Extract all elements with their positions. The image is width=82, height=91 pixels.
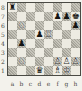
- white-pawn: ♙: [71, 57, 80, 66]
- square-d4[interactable]: [35, 39, 44, 48]
- rank-label-3: 3: [0, 48, 6, 57]
- square-c6[interactable]: [26, 21, 35, 30]
- file-labels: abcdefgh: [8, 79, 80, 89]
- square-h1[interactable]: [71, 66, 80, 75]
- file-label-e: e: [44, 79, 53, 89]
- square-d3[interactable]: [35, 48, 44, 57]
- white-knight: ♘: [17, 21, 26, 30]
- file-label-b: b: [17, 79, 26, 89]
- square-c2[interactable]: [26, 57, 35, 66]
- square-c7[interactable]: [26, 12, 35, 21]
- rank-label-8: 8: [0, 3, 6, 12]
- square-c8[interactable]: [26, 3, 35, 12]
- square-a4[interactable]: [8, 39, 17, 48]
- square-g1[interactable]: ♔: [62, 66, 71, 75]
- file-label-d: d: [35, 79, 44, 89]
- rank-label-5: 5: [0, 30, 6, 39]
- square-a2[interactable]: [8, 57, 17, 66]
- file-label-f: f: [53, 79, 62, 89]
- rank-label-4: 4: [0, 39, 6, 48]
- black-queen: ♛: [35, 66, 44, 75]
- rank-labels: 87654321: [0, 3, 6, 75]
- black-rook: ♜: [8, 3, 17, 12]
- black-pawn: ♟: [17, 39, 26, 48]
- square-d7[interactable]: [35, 12, 44, 21]
- black-pawn: ♟: [35, 30, 44, 39]
- square-f1[interactable]: ♗: [53, 66, 62, 75]
- square-e4[interactable]: [44, 39, 53, 48]
- square-e3[interactable]: [44, 48, 53, 57]
- black-pawn: ♟: [53, 12, 62, 21]
- square-b8[interactable]: [17, 3, 26, 12]
- square-f6[interactable]: [53, 21, 62, 30]
- square-h2[interactable]: ♙: [71, 57, 80, 66]
- chess-board: ♜♟♟♚♘♟♟♖♟♘♙♙♙♛♗♔: [7, 2, 81, 76]
- square-a1[interactable]: [8, 66, 17, 75]
- square-g5[interactable]: [62, 30, 71, 39]
- square-c3[interactable]: [26, 48, 35, 57]
- square-e5[interactable]: ♖: [44, 30, 53, 39]
- file-label-a: a: [8, 79, 17, 89]
- square-b1[interactable]: [17, 66, 26, 75]
- square-h6[interactable]: ♟: [71, 21, 80, 30]
- square-e7[interactable]: [44, 12, 53, 21]
- square-f5[interactable]: [53, 30, 62, 39]
- square-g7[interactable]: ♟: [62, 12, 71, 21]
- square-b2[interactable]: ♘: [17, 57, 26, 66]
- square-d5[interactable]: ♟: [35, 30, 44, 39]
- square-g6[interactable]: [62, 21, 71, 30]
- square-a8[interactable]: ♜: [8, 3, 17, 12]
- rank-label-7: 7: [0, 12, 6, 21]
- square-a6[interactable]: [8, 21, 17, 30]
- square-e8[interactable]: [44, 3, 53, 12]
- square-b6[interactable]: ♘: [17, 21, 26, 30]
- square-b4[interactable]: ♟: [17, 39, 26, 48]
- square-g4[interactable]: [62, 39, 71, 48]
- square-c5[interactable]: [26, 30, 35, 39]
- file-label-g: g: [62, 79, 71, 89]
- white-knight: ♘: [17, 57, 26, 66]
- square-h5[interactable]: [71, 30, 80, 39]
- rank-label-2: 2: [0, 57, 6, 66]
- file-label-c: c: [26, 79, 35, 89]
- chess-diagram: 87654321 ♜♟♟♚♘♟♟♖♟♘♙♙♙♛♗♔ abcdefgh: [0, 0, 82, 91]
- square-h4[interactable]: [71, 39, 80, 48]
- square-f4[interactable]: [53, 39, 62, 48]
- rank-label-6: 6: [0, 21, 6, 30]
- square-c4[interactable]: [26, 39, 35, 48]
- square-e2[interactable]: [44, 57, 53, 66]
- white-rook: ♖: [44, 30, 53, 39]
- square-a5[interactable]: [8, 30, 17, 39]
- square-d8[interactable]: [35, 3, 44, 12]
- square-d1[interactable]: ♛: [35, 66, 44, 75]
- square-f7[interactable]: ♟: [53, 12, 62, 21]
- file-label-h: h: [71, 79, 80, 89]
- white-king: ♔: [62, 66, 71, 75]
- square-c1[interactable]: [26, 66, 35, 75]
- square-a3[interactable]: [8, 48, 17, 57]
- square-a7[interactable]: [8, 12, 17, 21]
- black-pawn: ♟: [62, 12, 71, 21]
- square-e1[interactable]: [44, 66, 53, 75]
- white-bishop: ♗: [53, 66, 62, 75]
- rank-label-1: 1: [0, 66, 6, 75]
- black-pawn: ♟: [71, 21, 80, 30]
